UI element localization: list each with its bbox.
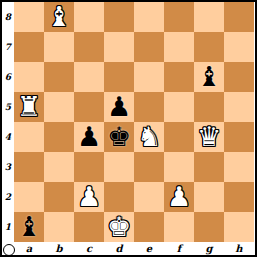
rank-label-4: 4 [2, 122, 14, 152]
file-label-e: e [134, 242, 164, 255]
file-label-c: c [74, 242, 104, 255]
piece-white-king-d1[interactable]: ♚ [104, 212, 134, 242]
rank-label-2: 2 [2, 182, 14, 212]
file-labels: abcdefgh [14, 242, 254, 255]
rank-label-7: 7 [2, 32, 14, 62]
file-label-h: h [224, 242, 254, 255]
square-a5[interactable]: ♜ [14, 92, 44, 122]
square-e2[interactable] [134, 182, 164, 212]
rank-label-6: 6 [2, 62, 14, 92]
square-a7[interactable] [14, 32, 44, 62]
file-label-g: g [194, 242, 224, 255]
rank-label-8: 8 [2, 2, 14, 32]
square-g8[interactable] [194, 2, 224, 32]
square-b6[interactable] [44, 62, 74, 92]
square-e8[interactable] [134, 2, 164, 32]
square-f5[interactable] [164, 92, 194, 122]
square-d8[interactable] [104, 2, 134, 32]
square-e1[interactable] [134, 212, 164, 242]
square-h2[interactable] [224, 182, 254, 212]
square-f1[interactable] [164, 212, 194, 242]
square-d5[interactable]: ♟ [104, 92, 134, 122]
piece-white-knight-e4[interactable]: ♞ [134, 122, 164, 152]
square-d1[interactable]: ♚ [104, 212, 134, 242]
rank-labels: 87654321 [2, 2, 14, 242]
rank-label-3: 3 [2, 152, 14, 182]
rank-label-5: 5 [2, 92, 14, 122]
square-d6[interactable] [104, 62, 134, 92]
square-g1[interactable] [194, 212, 224, 242]
piece-white-rook-a5[interactable]: ♜ [14, 92, 44, 122]
square-b3[interactable] [44, 152, 74, 182]
rank-label-1: 1 [2, 212, 14, 242]
square-h5[interactable] [224, 92, 254, 122]
square-c6[interactable] [74, 62, 104, 92]
square-a3[interactable] [14, 152, 44, 182]
square-b4[interactable] [44, 122, 74, 152]
square-g2[interactable] [194, 182, 224, 212]
square-g7[interactable] [194, 32, 224, 62]
piece-black-bishop-g6[interactable]: ♝ [194, 62, 224, 92]
square-e5[interactable] [134, 92, 164, 122]
chess-board: ♝♝♜♟♟♚♞♛♟♟♝♚ [14, 2, 254, 242]
piece-black-pawn-c4[interactable]: ♟ [74, 122, 104, 152]
square-b7[interactable] [44, 32, 74, 62]
file-label-b: b [44, 242, 74, 255]
file-label-a: a [14, 242, 44, 255]
square-g5[interactable] [194, 92, 224, 122]
file-label-d: d [104, 242, 134, 255]
square-g4[interactable]: ♛ [194, 122, 224, 152]
square-g3[interactable] [194, 152, 224, 182]
square-e4[interactable]: ♞ [134, 122, 164, 152]
square-f6[interactable] [164, 62, 194, 92]
square-d4[interactable]: ♚ [104, 122, 134, 152]
square-b2[interactable] [44, 182, 74, 212]
square-e3[interactable] [134, 152, 164, 182]
square-b8[interactable]: ♝ [44, 2, 74, 32]
square-h1[interactable] [224, 212, 254, 242]
square-c2[interactable]: ♟ [74, 182, 104, 212]
square-a1[interactable]: ♝ [14, 212, 44, 242]
square-f7[interactable] [164, 32, 194, 62]
square-f4[interactable] [164, 122, 194, 152]
piece-white-pawn-f2[interactable]: ♟ [164, 182, 194, 212]
square-c3[interactable] [74, 152, 104, 182]
square-h8[interactable] [224, 2, 254, 32]
square-f8[interactable] [164, 2, 194, 32]
piece-white-pawn-c2[interactable]: ♟ [74, 182, 104, 212]
square-b1[interactable] [44, 212, 74, 242]
chess-diagram: 87654321 ♝♝♜♟♟♚♞♛♟♟♝♚ abcdefgh [0, 0, 257, 257]
square-a4[interactable] [14, 122, 44, 152]
square-c5[interactable] [74, 92, 104, 122]
square-e7[interactable] [134, 32, 164, 62]
square-b5[interactable] [44, 92, 74, 122]
square-h6[interactable] [224, 62, 254, 92]
square-d7[interactable] [104, 32, 134, 62]
square-a2[interactable] [14, 182, 44, 212]
square-a6[interactable] [14, 62, 44, 92]
piece-black-king-d4[interactable]: ♚ [104, 122, 134, 152]
piece-white-bishop-b8[interactable]: ♝ [44, 2, 74, 32]
white-to-move-indicator [3, 244, 15, 256]
square-d2[interactable] [104, 182, 134, 212]
square-c4[interactable]: ♟ [74, 122, 104, 152]
square-f3[interactable] [164, 152, 194, 182]
file-label-f: f [164, 242, 194, 255]
piece-black-pawn-d5[interactable]: ♟ [104, 92, 134, 122]
square-f2[interactable]: ♟ [164, 182, 194, 212]
square-c1[interactable] [74, 212, 104, 242]
piece-black-bishop-a1[interactable]: ♝ [14, 212, 44, 242]
square-c7[interactable] [74, 32, 104, 62]
square-d3[interactable] [104, 152, 134, 182]
piece-white-queen-g4[interactable]: ♛ [194, 122, 224, 152]
square-e6[interactable] [134, 62, 164, 92]
square-h7[interactable] [224, 32, 254, 62]
square-h4[interactable] [224, 122, 254, 152]
square-a8[interactable] [14, 2, 44, 32]
square-c8[interactable] [74, 2, 104, 32]
square-g6[interactable]: ♝ [194, 62, 224, 92]
square-h3[interactable] [224, 152, 254, 182]
